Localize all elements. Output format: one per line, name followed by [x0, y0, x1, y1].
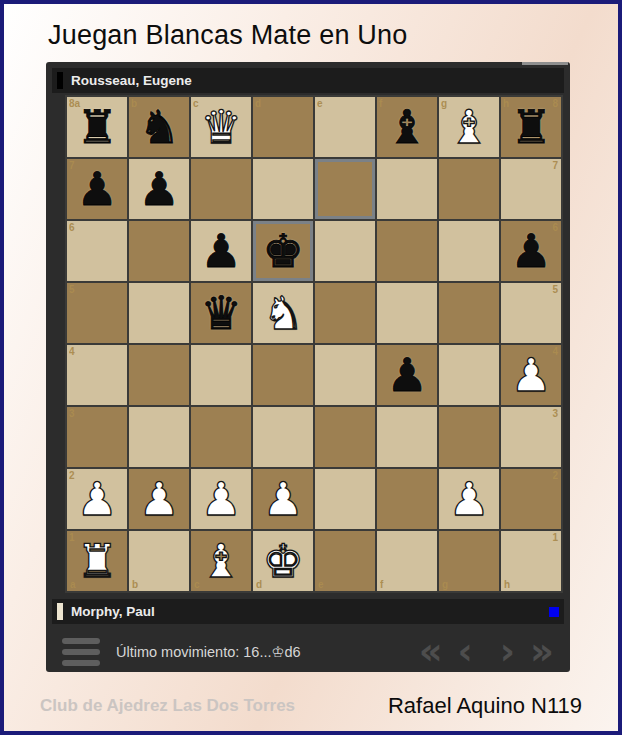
piece-white-pawn[interactable]: ♟ [262, 471, 303, 527]
chess-board: 8a♜b♞c♛def♝g♝h8♜7♟♟76♟♚6♟5♛♞54♟4♟332♟♟♟♟… [65, 95, 563, 593]
square-c6[interactable]: ♟ [191, 221, 251, 281]
piece-black-knight[interactable]: ♞ [138, 99, 179, 155]
piece-white-pawn[interactable]: ♟ [200, 471, 241, 527]
bottom-player-name: Morphy, Paul [71, 604, 155, 619]
square-g5[interactable] [439, 283, 499, 343]
square-a3[interactable]: 3 [67, 407, 127, 467]
square-f6[interactable] [377, 221, 437, 281]
author-name: Rafael Aquino N119 [388, 693, 582, 719]
square-c5[interactable]: ♛ [191, 283, 251, 343]
piece-black-pawn[interactable]: ♟ [200, 223, 241, 279]
piece-white-bishop[interactable]: ♝ [448, 99, 489, 155]
coordinate-label: d [255, 99, 261, 109]
piece-white-queen[interactable]: ♛ [200, 99, 241, 155]
square-a8[interactable]: 8a♜ [67, 97, 127, 157]
top-player-bar: Rousseau, Eugene [52, 68, 564, 93]
coordinate-label: b [131, 99, 137, 109]
coordinate-label: 8a [69, 99, 80, 109]
page-background: Juegan Blancas Mate en Uno Rousseau, Eug… [0, 0, 622, 735]
square-c3[interactable] [191, 407, 251, 467]
piece-black-rook[interactable]: ♜ [510, 99, 551, 155]
piece-white-bishop[interactable]: ♝ [200, 533, 241, 589]
square-h8[interactable]: h8♜ [501, 97, 561, 157]
square-h6[interactable]: 6♟ [501, 221, 561, 281]
square-e2[interactable] [315, 469, 375, 529]
coordinate-label: 6 [552, 223, 558, 233]
square-h3[interactable]: 3 [501, 407, 561, 467]
coordinate-label: f [379, 99, 382, 109]
square-f5[interactable] [377, 283, 437, 343]
square-c2[interactable]: ♟ [191, 469, 251, 529]
controls-bar: Último movimiento: 16...♔d6 « ‹ › » [46, 627, 570, 676]
turn-indicator [549, 607, 559, 617]
square-d2[interactable]: ♟ [253, 469, 313, 529]
square-c4[interactable] [191, 345, 251, 405]
coordinate-label: 4 [69, 347, 75, 357]
coordinate-label: g [441, 99, 447, 109]
club-name: Club de Ajedrez Las Dos Torres [40, 696, 295, 716]
square-a4[interactable]: 4 [67, 345, 127, 405]
piece-black-bishop[interactable]: ♝ [386, 99, 427, 155]
square-d5[interactable]: ♞ [253, 283, 313, 343]
coordinate-label: h [503, 99, 509, 109]
square-a1[interactable]: 1a♜ [67, 531, 127, 591]
square-g6[interactable] [439, 221, 499, 281]
coordinate-label: 1 [69, 533, 75, 543]
square-h2[interactable]: 2 [501, 469, 561, 529]
coordinate-label: d [256, 580, 262, 590]
coordinate-label: c [194, 580, 200, 590]
nav-next-button[interactable]: › [500, 632, 515, 672]
nav-last-button[interactable]: » [530, 632, 554, 672]
white-color-indicator [57, 603, 63, 620]
piece-white-pawn[interactable]: ♟ [448, 471, 489, 527]
hamburger-icon [62, 649, 100, 655]
coordinate-label: h [504, 580, 510, 590]
square-f4[interactable]: ♟ [377, 345, 437, 405]
square-e7[interactable] [315, 159, 375, 219]
square-h1[interactable]: 1h [501, 531, 561, 591]
square-g2[interactable]: ♟ [439, 469, 499, 529]
square-g1[interactable]: g [439, 531, 499, 591]
nav-previous-button[interactable]: ‹ [458, 632, 473, 672]
bottom-player-bar: Morphy, Paul [52, 599, 564, 624]
square-d7[interactable] [253, 159, 313, 219]
piece-white-knight[interactable]: ♞ [262, 285, 303, 341]
square-h5[interactable]: 5 [501, 283, 561, 343]
square-d8[interactable]: d [253, 97, 313, 157]
coordinate-label: 7 [69, 161, 75, 171]
nav-first-button[interactable]: « [419, 632, 443, 672]
piece-black-pawn[interactable]: ♟ [386, 347, 427, 403]
square-f7[interactable] [377, 159, 437, 219]
panel-tab [522, 62, 568, 65]
square-f3[interactable] [377, 407, 437, 467]
coordinate-label: b [132, 580, 138, 590]
coordinate-label: f [380, 580, 383, 590]
top-player-name: Rousseau, Eugene [71, 73, 192, 88]
square-a7[interactable]: 7♟ [67, 159, 127, 219]
coordinate-label: 8 [552, 99, 558, 109]
coordinate-label: 1 [552, 533, 558, 543]
hamburger-icon [62, 638, 100, 644]
square-g7[interactable] [439, 159, 499, 219]
square-b7[interactable]: ♟ [129, 159, 189, 219]
coordinate-label: 4 [552, 347, 558, 357]
piece-black-queen[interactable]: ♛ [200, 285, 241, 341]
board-panel: Rousseau, Eugene 8a♜b♞c♛def♝g♝h8♜7♟♟76♟♚… [46, 62, 570, 672]
square-c1[interactable]: c♝ [191, 531, 251, 591]
square-b8[interactable]: b♞ [129, 97, 189, 157]
square-b5[interactable] [129, 283, 189, 343]
square-h7[interactable]: 7 [501, 159, 561, 219]
square-e8[interactable]: e [315, 97, 375, 157]
square-h4[interactable]: 4♟ [501, 345, 561, 405]
square-e4[interactable] [315, 345, 375, 405]
coordinate-label: e [318, 580, 324, 590]
piece-black-pawn[interactable]: ♟ [76, 161, 117, 217]
coordinate-label: 3 [69, 409, 75, 419]
piece-white-pawn[interactable]: ♟ [510, 347, 551, 403]
nav-buttons: « ‹ › » [419, 632, 554, 672]
hamburger-icon [62, 660, 100, 666]
coordinate-label: 5 [552, 285, 558, 295]
coordinate-label: 7 [552, 161, 558, 171]
coordinate-label: c [193, 99, 199, 109]
square-c7[interactable] [191, 159, 251, 219]
square-b1[interactable]: b [129, 531, 189, 591]
square-g4[interactable] [439, 345, 499, 405]
square-c8[interactable]: c♛ [191, 97, 251, 157]
menu-button[interactable] [62, 638, 100, 666]
square-d3[interactable] [253, 407, 313, 467]
square-e5[interactable] [315, 283, 375, 343]
piece-black-pawn[interactable]: ♟ [138, 161, 179, 217]
last-move-label: Último movimiento: 16...♔d6 [116, 644, 301, 660]
square-g8[interactable]: g♝ [439, 97, 499, 157]
piece-black-rook[interactable]: ♜ [76, 99, 117, 155]
square-b4[interactable] [129, 345, 189, 405]
coordinate-label: a [70, 580, 76, 590]
coordinate-label: 5 [69, 285, 75, 295]
piece-white-king[interactable]: ♚ [262, 533, 303, 589]
square-b3[interactable] [129, 407, 189, 467]
square-e3[interactable] [315, 407, 375, 467]
piece-black-king[interactable]: ♚ [262, 223, 303, 279]
square-g3[interactable] [439, 407, 499, 467]
coordinate-label: e [317, 99, 323, 109]
square-f1[interactable]: f [377, 531, 437, 591]
piece-white-rook[interactable]: ♜ [76, 533, 117, 589]
coordinate-label: 3 [552, 409, 558, 419]
coordinate-label: 2 [69, 471, 75, 481]
square-a2[interactable]: 2♟ [67, 469, 127, 529]
piece-white-pawn[interactable]: ♟ [76, 471, 117, 527]
piece-white-pawn[interactable]: ♟ [138, 471, 179, 527]
black-color-indicator [57, 72, 63, 89]
square-b6[interactable] [129, 221, 189, 281]
square-d6[interactable]: ♚ [253, 221, 313, 281]
square-f2[interactable] [377, 469, 437, 529]
square-d4[interactable] [253, 345, 313, 405]
square-a6[interactable]: 6 [67, 221, 127, 281]
square-b2[interactable]: ♟ [129, 469, 189, 529]
square-d1[interactable]: d♚ [253, 531, 313, 591]
coordinate-label: g [442, 580, 448, 590]
square-e1[interactable]: e [315, 531, 375, 591]
square-a5[interactable]: 5 [67, 283, 127, 343]
coordinate-label: 2 [552, 471, 558, 481]
coordinate-label: 6 [69, 223, 75, 233]
square-f8[interactable]: f♝ [377, 97, 437, 157]
piece-black-pawn[interactable]: ♟ [510, 223, 551, 279]
puzzle-title: Juegan Blancas Mate en Uno [48, 20, 407, 51]
square-e6[interactable] [315, 221, 375, 281]
